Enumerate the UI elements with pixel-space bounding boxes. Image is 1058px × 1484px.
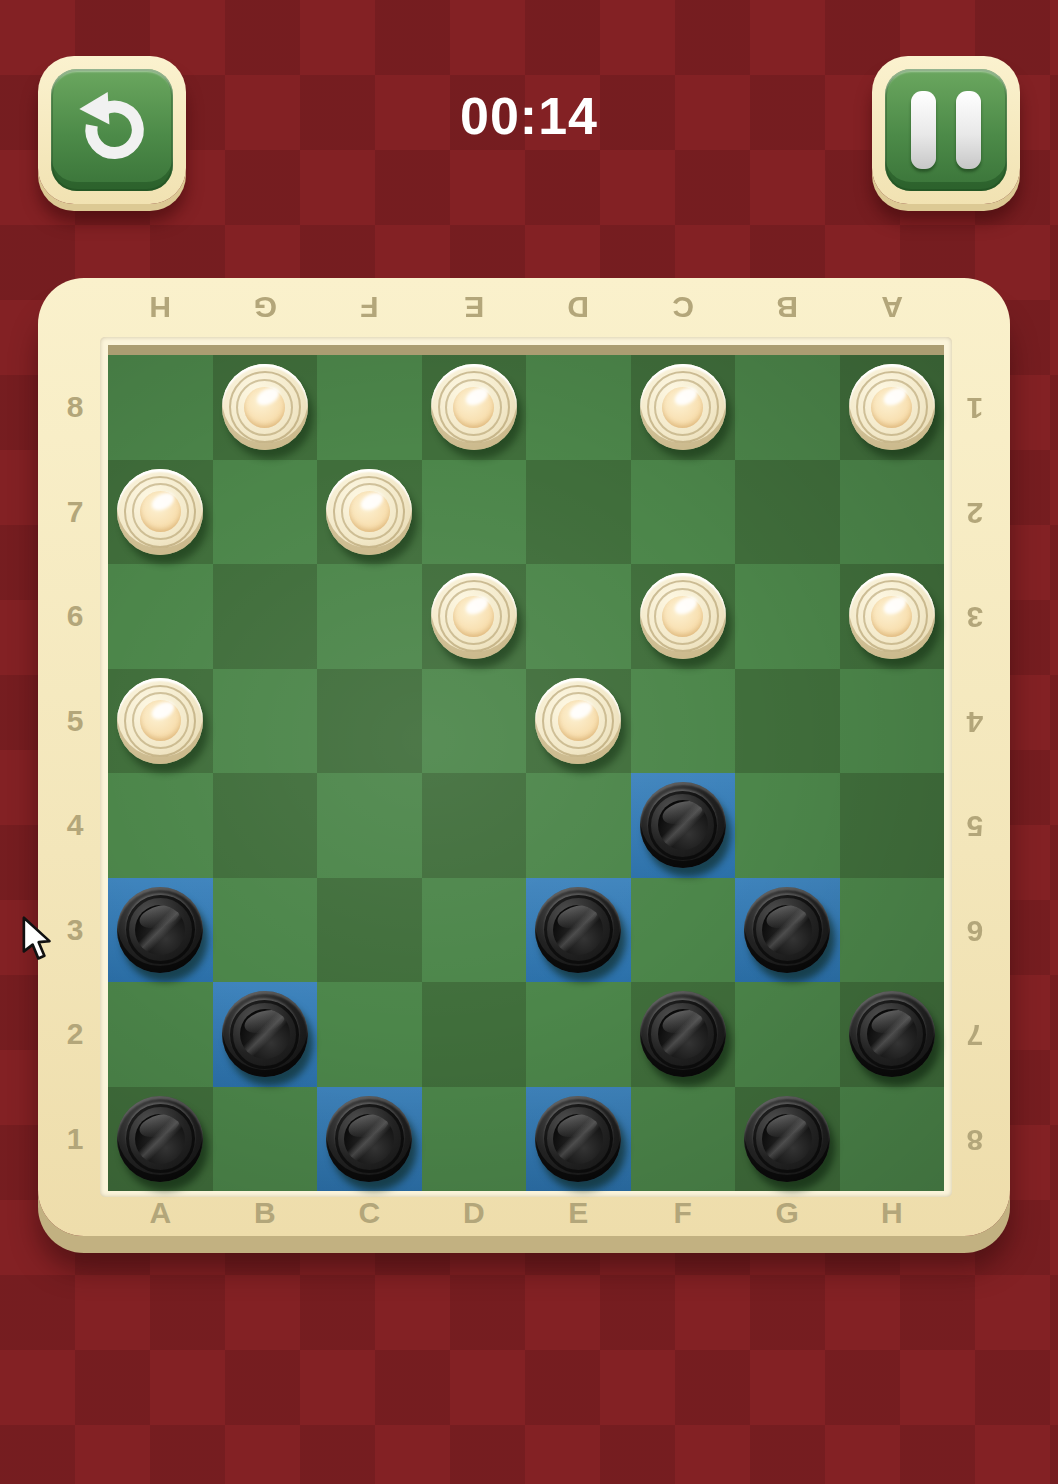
white-piece-h6[interactable] [849, 573, 935, 659]
ranks-right-2: 2 [954, 460, 996, 565]
files-bottom-F: F [631, 1192, 736, 1234]
square-h3[interactable] [840, 878, 945, 983]
square-g7[interactable] [735, 460, 840, 565]
black-piece-e1[interactable] [535, 1096, 621, 1182]
black-piece-h2[interactable] [849, 991, 935, 1077]
square-e2[interactable] [526, 982, 631, 1087]
square-f2[interactable] [631, 982, 736, 1087]
square-e8[interactable] [526, 355, 631, 460]
square-e5[interactable] [526, 669, 631, 774]
square-b2[interactable] [213, 982, 318, 1087]
square-c3[interactable] [317, 878, 422, 983]
files-bottom-G: G [735, 1192, 840, 1234]
ranks-right-1: 1 [954, 355, 996, 460]
files-top-D: D [526, 284, 631, 330]
black-piece-f2[interactable] [640, 991, 726, 1077]
square-g4[interactable] [735, 773, 840, 878]
square-h2[interactable] [840, 982, 945, 1087]
board-grid [108, 355, 944, 1191]
ranks-left-6: 6 [54, 564, 96, 669]
file-labels-top: HGFEDCBA [108, 284, 944, 330]
square-f4[interactable] [631, 773, 736, 878]
files-bottom-A: A [108, 1192, 213, 1234]
ranks-right-4: 4 [954, 669, 996, 774]
files-top-A: A [840, 284, 945, 330]
ranks-right-5: 5 [954, 773, 996, 878]
files-bottom-B: B [213, 1192, 318, 1234]
square-a5[interactable] [108, 669, 213, 774]
white-piece-d6[interactable] [431, 573, 517, 659]
square-a8[interactable] [108, 355, 213, 460]
square-d4[interactable] [422, 773, 527, 878]
file-labels-bottom: ABCDEFGH [108, 1192, 944, 1234]
square-f6[interactable] [631, 564, 736, 669]
square-f7[interactable] [631, 460, 736, 565]
square-h7[interactable] [840, 460, 945, 565]
ranks-left-3: 3 [54, 878, 96, 983]
white-piece-h8[interactable] [849, 364, 935, 450]
square-b3[interactable] [213, 878, 318, 983]
square-g1[interactable] [735, 1087, 840, 1192]
white-piece-a5[interactable] [117, 678, 203, 764]
board-well [100, 337, 952, 1197]
square-c6[interactable] [317, 564, 422, 669]
square-c7[interactable] [317, 460, 422, 565]
files-bottom-E: E [526, 1192, 631, 1234]
black-piece-g1[interactable] [744, 1096, 830, 1182]
black-piece-a1[interactable] [117, 1096, 203, 1182]
square-a1[interactable] [108, 1087, 213, 1192]
square-d6[interactable] [422, 564, 527, 669]
square-a2[interactable] [108, 982, 213, 1087]
rank-labels-left: 87654321 [54, 355, 96, 1191]
square-c5[interactable] [317, 669, 422, 774]
square-d3[interactable] [422, 878, 527, 983]
files-top-E: E [422, 284, 527, 330]
pause-icon [911, 91, 981, 169]
square-c2[interactable] [317, 982, 422, 1087]
square-f8[interactable] [631, 355, 736, 460]
square-h5[interactable] [840, 669, 945, 774]
white-piece-f6[interactable] [640, 573, 726, 659]
rank-labels-right: 12345678 [954, 355, 996, 1191]
square-d8[interactable] [422, 355, 527, 460]
ranks-left-5: 5 [54, 669, 96, 774]
files-top-G: G [213, 284, 318, 330]
square-d1[interactable] [422, 1087, 527, 1192]
white-piece-b8[interactable] [222, 364, 308, 450]
ranks-right-6: 6 [954, 878, 996, 983]
square-e1[interactable] [526, 1087, 631, 1192]
square-h6[interactable] [840, 564, 945, 669]
square-b7[interactable] [213, 460, 318, 565]
white-piece-c7[interactable] [326, 469, 412, 555]
square-d7[interactable] [422, 460, 527, 565]
square-a6[interactable] [108, 564, 213, 669]
square-c4[interactable] [317, 773, 422, 878]
files-top-H: H [108, 284, 213, 330]
ranks-right-8: 8 [954, 1087, 996, 1192]
square-c8[interactable] [317, 355, 422, 460]
square-g8[interactable] [735, 355, 840, 460]
black-piece-g3[interactable] [744, 887, 830, 973]
white-piece-d8[interactable] [431, 364, 517, 450]
square-b8[interactable] [213, 355, 318, 460]
square-c1[interactable] [317, 1087, 422, 1192]
black-piece-e3[interactable] [535, 887, 621, 973]
ranks-right-3: 3 [954, 564, 996, 669]
pause-button[interactable] [872, 56, 1020, 204]
files-bottom-H: H [840, 1192, 945, 1234]
square-h8[interactable] [840, 355, 945, 460]
square-a7[interactable] [108, 460, 213, 565]
ranks-left-1: 1 [54, 1087, 96, 1192]
square-b4[interactable] [213, 773, 318, 878]
square-b6[interactable] [213, 564, 318, 669]
pause-button-face [885, 69, 1007, 191]
ranks-left-7: 7 [54, 460, 96, 565]
square-a3[interactable] [108, 878, 213, 983]
square-g3[interactable] [735, 878, 840, 983]
square-g5[interactable] [735, 669, 840, 774]
square-e6[interactable] [526, 564, 631, 669]
game-screen: { "game": "checkers", "header": { "timer… [0, 0, 1058, 1484]
black-piece-c1[interactable] [326, 1096, 412, 1182]
square-g2[interactable] [735, 982, 840, 1087]
square-a4[interactable] [108, 773, 213, 878]
square-e3[interactable] [526, 878, 631, 983]
square-b5[interactable] [213, 669, 318, 774]
files-bottom-C: C [317, 1192, 422, 1234]
white-piece-e5[interactable] [535, 678, 621, 764]
square-f1[interactable] [631, 1087, 736, 1192]
square-d5[interactable] [422, 669, 527, 774]
board-frame: HGFEDCBA 87654321 12345678 ABCDEFGH [38, 278, 1010, 1236]
black-piece-a3[interactable] [117, 887, 203, 973]
black-piece-f4[interactable] [640, 782, 726, 868]
ranks-left-4: 4 [54, 773, 96, 878]
ranks-left-2: 2 [54, 982, 96, 1087]
files-top-B: B [735, 284, 840, 330]
square-g6[interactable] [735, 564, 840, 669]
files-bottom-D: D [422, 1192, 527, 1234]
board-inner-shadow [108, 345, 944, 355]
ranks-left-8: 8 [54, 355, 96, 460]
square-h1[interactable] [840, 1087, 945, 1192]
white-piece-a7[interactable] [117, 469, 203, 555]
black-piece-b2[interactable] [222, 991, 308, 1077]
square-f5[interactable] [631, 669, 736, 774]
square-h4[interactable] [840, 773, 945, 878]
files-top-C: C [631, 284, 736, 330]
square-d2[interactable] [422, 982, 527, 1087]
files-top-F: F [317, 284, 422, 330]
square-e4[interactable] [526, 773, 631, 878]
white-piece-f8[interactable] [640, 364, 726, 450]
square-e7[interactable] [526, 460, 631, 565]
ranks-right-7: 7 [954, 982, 996, 1087]
square-f3[interactable] [631, 878, 736, 983]
square-b1[interactable] [213, 1087, 318, 1192]
